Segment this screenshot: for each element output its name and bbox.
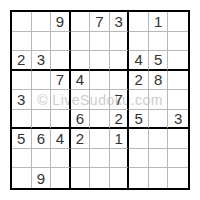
cell-r5c9[interactable] [168, 90, 188, 110]
cell-r6c2[interactable] [32, 110, 52, 130]
cell-r6c8[interactable] [149, 110, 169, 130]
cell-r1c2[interactable] [32, 12, 52, 32]
cell-r7c8[interactable] [149, 129, 169, 149]
cell-r5c5[interactable] [90, 90, 110, 110]
cell-r8c3[interactable] [51, 149, 71, 169]
cell-r7c5[interactable] [90, 129, 110, 149]
cell-r9c6[interactable] [110, 168, 130, 188]
cell-r5c8[interactable] [149, 90, 169, 110]
cell-r6c4[interactable]: 6 [71, 110, 91, 130]
cell-r4c5[interactable] [90, 71, 110, 91]
cell-r4c2[interactable] [32, 71, 52, 91]
sudoku-board: 973123457428376253564219 © LiveSudoku.co… [10, 10, 190, 190]
cell-r4c1[interactable] [12, 71, 32, 91]
cell-r8c1[interactable] [12, 149, 32, 169]
cell-r3c2[interactable]: 3 [32, 51, 52, 71]
cell-r8c6[interactable] [110, 149, 130, 169]
cell-r9c7[interactable] [129, 168, 149, 188]
cell-r5c4[interactable] [71, 90, 91, 110]
cell-r2c6[interactable] [110, 32, 130, 52]
cell-r2c1[interactable] [12, 32, 32, 52]
cell-r9c5[interactable] [90, 168, 110, 188]
cell-r8c2[interactable] [32, 149, 52, 169]
cell-r2c8[interactable] [149, 32, 169, 52]
cell-r4c7[interactable]: 2 [129, 71, 149, 91]
cell-r9c8[interactable] [149, 168, 169, 188]
cell-r7c9[interactable] [168, 129, 188, 149]
cell-r5c3[interactable] [51, 90, 71, 110]
cell-r7c7[interactable] [129, 129, 149, 149]
cell-r6c5[interactable] [90, 110, 110, 130]
cell-r1c7[interactable] [129, 12, 149, 32]
cell-r1c5[interactable]: 7 [90, 12, 110, 32]
cell-r6c6[interactable]: 2 [110, 110, 130, 130]
cell-r3c9[interactable] [168, 51, 188, 71]
cell-r1c3[interactable]: 9 [51, 12, 71, 32]
cell-r3c5[interactable] [90, 51, 110, 71]
cell-r8c5[interactable] [90, 149, 110, 169]
cell-r2c2[interactable] [32, 32, 52, 52]
cell-r6c7[interactable]: 5 [129, 110, 149, 130]
cell-r3c3[interactable] [51, 51, 71, 71]
cell-r3c8[interactable]: 5 [149, 51, 169, 71]
cell-r8c9[interactable] [168, 149, 188, 169]
cell-r4c6[interactable] [110, 71, 130, 91]
cell-r9c9[interactable] [168, 168, 188, 188]
cell-r5c2[interactable] [32, 90, 52, 110]
cell-r1c6[interactable]: 3 [110, 12, 130, 32]
cell-r5c7[interactable] [129, 90, 149, 110]
cell-r7c6[interactable]: 1 [110, 129, 130, 149]
cell-r3c4[interactable] [71, 51, 91, 71]
cell-r2c7[interactable] [129, 32, 149, 52]
cell-r8c4[interactable] [71, 149, 91, 169]
cell-r6c9[interactable]: 3 [168, 110, 188, 130]
cell-r1c8[interactable]: 1 [149, 12, 169, 32]
cell-r4c4[interactable]: 4 [71, 71, 91, 91]
cell-r8c8[interactable] [149, 149, 169, 169]
cell-r3c6[interactable] [110, 51, 130, 71]
cell-r7c1[interactable]: 5 [12, 129, 32, 149]
cell-r6c1[interactable] [12, 110, 32, 130]
cell-r9c1[interactable] [12, 168, 32, 188]
cell-r1c4[interactable] [71, 12, 91, 32]
cell-r4c9[interactable] [168, 71, 188, 91]
cell-r7c3[interactable]: 4 [51, 129, 71, 149]
cell-r7c2[interactable]: 6 [32, 129, 52, 149]
cell-r3c1[interactable]: 2 [12, 51, 32, 71]
cell-r1c1[interactable] [12, 12, 32, 32]
cell-r7c4[interactable]: 2 [71, 129, 91, 149]
cell-r5c6[interactable]: 7 [110, 90, 130, 110]
cell-r5c1[interactable]: 3 [12, 90, 32, 110]
cell-r3c7[interactable]: 4 [129, 51, 149, 71]
cell-r9c2[interactable]: 9 [32, 168, 52, 188]
cell-r2c9[interactable] [168, 32, 188, 52]
cell-r4c8[interactable]: 8 [149, 71, 169, 91]
cell-r4c3[interactable]: 7 [51, 71, 71, 91]
cell-r2c4[interactable] [71, 32, 91, 52]
cell-r9c4[interactable] [71, 168, 91, 188]
cell-r6c3[interactable] [51, 110, 71, 130]
sudoku-page: 973123457428376253564219 © LiveSudoku.co… [0, 0, 200, 200]
cell-r9c3[interactable] [51, 168, 71, 188]
cell-r2c5[interactable] [90, 32, 110, 52]
cell-r2c3[interactable] [51, 32, 71, 52]
sudoku-grid: 973123457428376253564219 [12, 12, 188, 188]
cell-r1c9[interactable] [168, 12, 188, 32]
cell-r8c7[interactable] [129, 149, 149, 169]
